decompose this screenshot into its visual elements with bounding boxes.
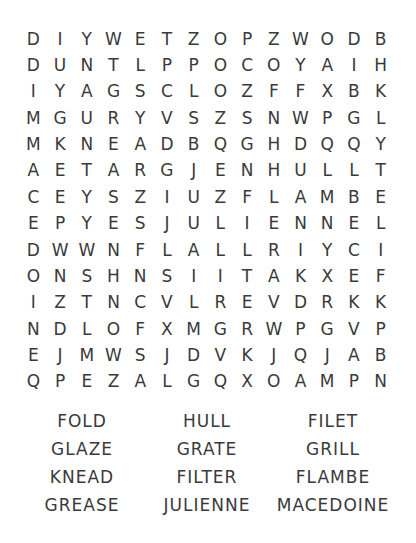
grid-cell[interactable]: L bbox=[73, 316, 100, 342]
grid-cell[interactable]: E bbox=[367, 184, 394, 210]
grid-cell[interactable]: D bbox=[20, 26, 47, 52]
grid-cell[interactable]: N bbox=[100, 237, 127, 263]
grid-cell[interactable]: U bbox=[287, 158, 314, 184]
word-list-item: FOLD bbox=[20, 407, 144, 435]
grid-cell[interactable]: H bbox=[367, 52, 394, 78]
grid-cell[interactable]: J bbox=[154, 211, 181, 237]
grid-cell[interactable]: Z bbox=[47, 290, 74, 316]
grid-cell[interactable]: S bbox=[127, 79, 154, 105]
grid-cell[interactable]: O bbox=[314, 26, 341, 52]
grid-cell[interactable]: E bbox=[260, 211, 287, 237]
grid-cell[interactable]: M bbox=[20, 131, 47, 157]
grid-cell[interactable]: R bbox=[207, 290, 234, 316]
grid-cell[interactable]: P bbox=[234, 26, 261, 52]
grid-cell[interactable]: P bbox=[47, 369, 74, 395]
grid-cell[interactable]: R bbox=[100, 105, 127, 131]
grid-cell[interactable]: W bbox=[260, 316, 287, 342]
grid-cell[interactable]: R bbox=[314, 290, 341, 316]
grid-cell[interactable]: S bbox=[73, 263, 100, 289]
grid-cell[interactable]: Z bbox=[127, 184, 154, 210]
grid-cell[interactable]: U bbox=[180, 211, 207, 237]
grid-cell[interactable]: P bbox=[367, 316, 394, 342]
grid-cell[interactable]: X bbox=[234, 369, 261, 395]
grid-cell[interactable]: I bbox=[154, 184, 181, 210]
grid-cell[interactable]: P bbox=[314, 105, 341, 131]
grid-cell[interactable]: R bbox=[260, 237, 287, 263]
word-list-item: GRILL bbox=[270, 435, 396, 463]
grid-cell[interactable]: Z bbox=[234, 79, 261, 105]
grid-cell[interactable]: W bbox=[100, 342, 127, 368]
grid-cell[interactable]: Y bbox=[73, 26, 100, 52]
grid-cell[interactable]: Q bbox=[207, 131, 234, 157]
grid-cell[interactable]: V bbox=[154, 105, 181, 131]
grid-cell[interactable]: Q bbox=[20, 369, 47, 395]
grid-cell[interactable]: S bbox=[234, 105, 261, 131]
grid-cell[interactable]: S bbox=[100, 184, 127, 210]
grid-cell[interactable]: A bbox=[73, 79, 100, 105]
grid-cell[interactable]: X bbox=[154, 316, 181, 342]
grid-cell[interactable]: F bbox=[287, 79, 314, 105]
grid-cell[interactable]: A bbox=[20, 158, 47, 184]
grid-cell[interactable]: T bbox=[100, 52, 127, 78]
word-list-item: MACEDOINE bbox=[270, 491, 396, 519]
grid-cell[interactable]: N bbox=[287, 211, 314, 237]
grid-cell[interactable]: C bbox=[341, 237, 368, 263]
word-list-item: GLAZE bbox=[20, 435, 144, 463]
grid-cell[interactable]: L bbox=[260, 184, 287, 210]
grid-cell[interactable]: M bbox=[20, 105, 47, 131]
grid-cell[interactable]: N bbox=[100, 290, 127, 316]
grid-cell[interactable]: D bbox=[341, 26, 368, 52]
grid-cell[interactable]: S bbox=[127, 342, 154, 368]
grid-cell[interactable]: N bbox=[47, 263, 74, 289]
grid-cell[interactable]: E bbox=[20, 342, 47, 368]
grid-cell[interactable]: T bbox=[154, 26, 181, 52]
grid-cell[interactable]: O bbox=[207, 26, 234, 52]
grid-cell[interactable]: G bbox=[234, 131, 261, 157]
grid-cell[interactable]: J bbox=[180, 158, 207, 184]
grid-cell[interactable]: P bbox=[341, 369, 368, 395]
grid-cell[interactable]: O bbox=[100, 316, 127, 342]
grid-cell[interactable]: N bbox=[127, 263, 154, 289]
grid-cell[interactable]: D bbox=[20, 52, 47, 78]
grid-cell[interactable]: G bbox=[180, 369, 207, 395]
grid-cell[interactable]: G bbox=[47, 105, 74, 131]
grid-cell[interactable]: T bbox=[367, 158, 394, 184]
grid-cell[interactable]: V bbox=[207, 342, 234, 368]
grid-cell[interactable]: Y bbox=[73, 211, 100, 237]
grid-cell[interactable]: U bbox=[73, 105, 100, 131]
grid-cell[interactable]: G bbox=[154, 158, 181, 184]
grid-cell[interactable]: Q bbox=[341, 131, 368, 157]
grid-cell[interactable]: Z bbox=[207, 184, 234, 210]
grid-cell[interactable]: F bbox=[260, 79, 287, 105]
grid-cell[interactable]: D bbox=[287, 290, 314, 316]
grid-cell[interactable]: X bbox=[314, 263, 341, 289]
grid-cell[interactable]: E bbox=[341, 211, 368, 237]
grid-cell[interactable]: J bbox=[314, 342, 341, 368]
grid-cell[interactable]: E bbox=[47, 158, 74, 184]
grid-cell[interactable]: W bbox=[47, 237, 74, 263]
grid-cell[interactable]: E bbox=[100, 211, 127, 237]
grid-cell[interactable]: F bbox=[367, 263, 394, 289]
grid-cell[interactable]: L bbox=[341, 158, 368, 184]
grid-cell[interactable]: I bbox=[47, 26, 74, 52]
grid-cell[interactable]: S bbox=[180, 105, 207, 131]
grid-cell[interactable]: Q bbox=[287, 342, 314, 368]
grid-cell[interactable]: W bbox=[100, 26, 127, 52]
grid-cell[interactable]: U bbox=[47, 52, 74, 78]
grid-cell[interactable]: I bbox=[207, 263, 234, 289]
grid-cell[interactable]: L bbox=[367, 211, 394, 237]
grid-cell[interactable]: K bbox=[287, 263, 314, 289]
grid-cell[interactable]: T bbox=[234, 263, 261, 289]
grid-cell[interactable]: D bbox=[47, 316, 74, 342]
grid-cell[interactable]: I bbox=[234, 211, 261, 237]
grid-cell[interactable]: L bbox=[154, 369, 181, 395]
grid-cell[interactable]: V bbox=[341, 316, 368, 342]
grid-cell[interactable]: P bbox=[180, 52, 207, 78]
grid-cell[interactable]: J bbox=[154, 342, 181, 368]
grid-cell[interactable]: D bbox=[20, 237, 47, 263]
grid-cell[interactable]: K bbox=[367, 290, 394, 316]
grid-cell[interactable]: M bbox=[73, 342, 100, 368]
grid-cell[interactable]: Y bbox=[367, 131, 394, 157]
grid-cell[interactable]: Z bbox=[260, 26, 287, 52]
grid-cell[interactable]: E bbox=[234, 290, 261, 316]
grid-cell[interactable]: A bbox=[260, 263, 287, 289]
grid-cell[interactable]: K bbox=[47, 131, 74, 157]
grid-cell[interactable]: A bbox=[287, 369, 314, 395]
grid-cell[interactable]: Y bbox=[47, 79, 74, 105]
grid-cell[interactable]: B bbox=[341, 79, 368, 105]
word-list-item: FLAMBE bbox=[270, 463, 396, 491]
grid-cell[interactable]: F bbox=[234, 184, 261, 210]
grid-cell[interactable]: H bbox=[100, 263, 127, 289]
grid-cell[interactable]: D bbox=[154, 131, 181, 157]
grid-cell[interactable]: G bbox=[314, 316, 341, 342]
grid-cell[interactable]: G bbox=[341, 105, 368, 131]
grid-cell[interactable]: H bbox=[260, 158, 287, 184]
grid-cell[interactable]: P bbox=[47, 211, 74, 237]
grid-cell[interactable]: Y bbox=[287, 52, 314, 78]
grid-cell[interactable]: A bbox=[100, 158, 127, 184]
grid-cell[interactable]: E bbox=[100, 131, 127, 157]
grid-cell[interactable]: X bbox=[314, 79, 341, 105]
grid-cell[interactable]: B bbox=[367, 342, 394, 368]
grid-cell[interactable]: L bbox=[367, 105, 394, 131]
grid-cell[interactable]: V bbox=[154, 290, 181, 316]
grid-cell[interactable]: W bbox=[287, 26, 314, 52]
grid-cell[interactable]: N bbox=[234, 158, 261, 184]
grid-cell[interactable]: L bbox=[127, 52, 154, 78]
grid-cell[interactable]: Y bbox=[127, 105, 154, 131]
grid-cell[interactable]: N bbox=[20, 316, 47, 342]
grid-cell[interactable]: B bbox=[341, 184, 368, 210]
word-list-item: GRATE bbox=[144, 435, 270, 463]
grid-cell[interactable]: N bbox=[260, 105, 287, 131]
grid-cell[interactable]: A bbox=[314, 52, 341, 78]
grid-cell[interactable]: P bbox=[287, 316, 314, 342]
grid-cell[interactable]: I bbox=[20, 79, 47, 105]
grid-cell[interactable]: R bbox=[234, 316, 261, 342]
grid-cell[interactable]: I bbox=[180, 263, 207, 289]
grid-cell[interactable]: W bbox=[73, 237, 100, 263]
grid-cell[interactable]: K bbox=[367, 79, 394, 105]
grid-cell[interactable]: Q bbox=[207, 369, 234, 395]
grid-cell[interactable]: L bbox=[154, 237, 181, 263]
grid-cell[interactable]: I bbox=[20, 290, 47, 316]
grid-cell[interactable]: E bbox=[73, 369, 100, 395]
grid-cell[interactable]: A bbox=[180, 237, 207, 263]
grid-cell[interactable]: M bbox=[180, 316, 207, 342]
grid-cell[interactable]: N bbox=[73, 131, 100, 157]
grid-cell[interactable]: C bbox=[234, 52, 261, 78]
word-list-item: JULIENNE bbox=[144, 491, 270, 519]
grid-cell[interactable]: J bbox=[47, 342, 74, 368]
grid-cell[interactable]: G bbox=[100, 79, 127, 105]
grid-cell[interactable]: F bbox=[127, 316, 154, 342]
grid-cell[interactable]: D bbox=[287, 131, 314, 157]
grid-cell[interactable]: A bbox=[341, 342, 368, 368]
grid-cell[interactable]: P bbox=[154, 52, 181, 78]
grid-cell[interactable]: Z bbox=[180, 26, 207, 52]
grid-cell[interactable]: D bbox=[180, 342, 207, 368]
grid-cell[interactable]: Q bbox=[314, 131, 341, 157]
grid-cell[interactable]: Y bbox=[73, 184, 100, 210]
grid-cell[interactable]: T bbox=[73, 158, 100, 184]
grid-cell[interactable]: L bbox=[314, 158, 341, 184]
grid-cell[interactable]: E bbox=[20, 211, 47, 237]
grid-cell[interactable]: E bbox=[127, 26, 154, 52]
grid-cell[interactable]: A bbox=[127, 369, 154, 395]
word-list-item: FILET bbox=[270, 407, 396, 435]
grid-cell[interactable]: N bbox=[73, 52, 100, 78]
grid-cell[interactable]: M bbox=[314, 184, 341, 210]
grid-cell[interactable]: E bbox=[207, 158, 234, 184]
grid-cell[interactable]: C bbox=[20, 184, 47, 210]
grid-cell[interactable]: H bbox=[260, 131, 287, 157]
grid-cell[interactable]: A bbox=[127, 131, 154, 157]
grid-cell[interactable]: O bbox=[207, 52, 234, 78]
grid-cell[interactable]: K bbox=[341, 290, 368, 316]
grid-cell[interactable]: I bbox=[367, 237, 394, 263]
grid-cell[interactable]: E bbox=[341, 263, 368, 289]
grid-cell[interactable]: G bbox=[207, 316, 234, 342]
grid-cell[interactable]: S bbox=[127, 211, 154, 237]
grid-cell[interactable]: K bbox=[234, 342, 261, 368]
grid-cell[interactable]: L bbox=[234, 237, 261, 263]
letter-grid: DIYWETZOPZWODBDUNTLPPOCOYAIHIYAGSCLOZFFX… bbox=[20, 26, 394, 395]
grid-cell[interactable]: W bbox=[287, 105, 314, 131]
grid-cell[interactable]: V bbox=[260, 290, 287, 316]
grid-cell[interactable]: U bbox=[180, 184, 207, 210]
grid-cell[interactable]: C bbox=[154, 79, 181, 105]
word-list-item: HULL bbox=[144, 407, 270, 435]
grid-cell[interactable]: F bbox=[127, 237, 154, 263]
grid-cell[interactable]: B bbox=[180, 131, 207, 157]
grid-cell[interactable]: E bbox=[47, 184, 74, 210]
word-list-item: KNEAD bbox=[20, 463, 144, 491]
grid-cell[interactable]: O bbox=[260, 369, 287, 395]
grid-cell[interactable]: N bbox=[367, 369, 394, 395]
grid-cell[interactable]: A bbox=[287, 184, 314, 210]
grid-cell[interactable]: O bbox=[260, 52, 287, 78]
grid-cell[interactable]: B bbox=[367, 26, 394, 52]
word-list-item: GREASE bbox=[20, 491, 144, 519]
grid-cell[interactable]: L bbox=[180, 290, 207, 316]
grid-cell[interactable]: S bbox=[154, 263, 181, 289]
grid-cell[interactable]: N bbox=[314, 211, 341, 237]
grid-cell[interactable]: O bbox=[207, 79, 234, 105]
grid-cell[interactable]: R bbox=[127, 158, 154, 184]
grid-cell[interactable]: C bbox=[127, 290, 154, 316]
grid-cell[interactable]: L bbox=[207, 237, 234, 263]
grid-cell[interactable]: J bbox=[260, 342, 287, 368]
grid-cell[interactable]: M bbox=[314, 369, 341, 395]
grid-cell[interactable]: Z bbox=[207, 105, 234, 131]
grid-cell[interactable]: L bbox=[207, 211, 234, 237]
grid-cell[interactable]: I bbox=[287, 237, 314, 263]
grid-cell[interactable]: Z bbox=[100, 369, 127, 395]
word-list: FOLDHULLFILETGLAZEGRATEGRILLKNEADFILTERF… bbox=[20, 407, 396, 519]
word-search-page: DIYWETZOPZWODBDUNTLPPOCOYAIHIYAGSCLOZFFX… bbox=[0, 0, 416, 543]
grid-cell[interactable]: Y bbox=[314, 237, 341, 263]
grid-cell[interactable]: L bbox=[180, 79, 207, 105]
grid-cell[interactable]: O bbox=[20, 263, 47, 289]
grid-cell[interactable]: T bbox=[73, 290, 100, 316]
grid-cell[interactable]: I bbox=[341, 52, 368, 78]
word-list-item: FILTER bbox=[144, 463, 270, 491]
